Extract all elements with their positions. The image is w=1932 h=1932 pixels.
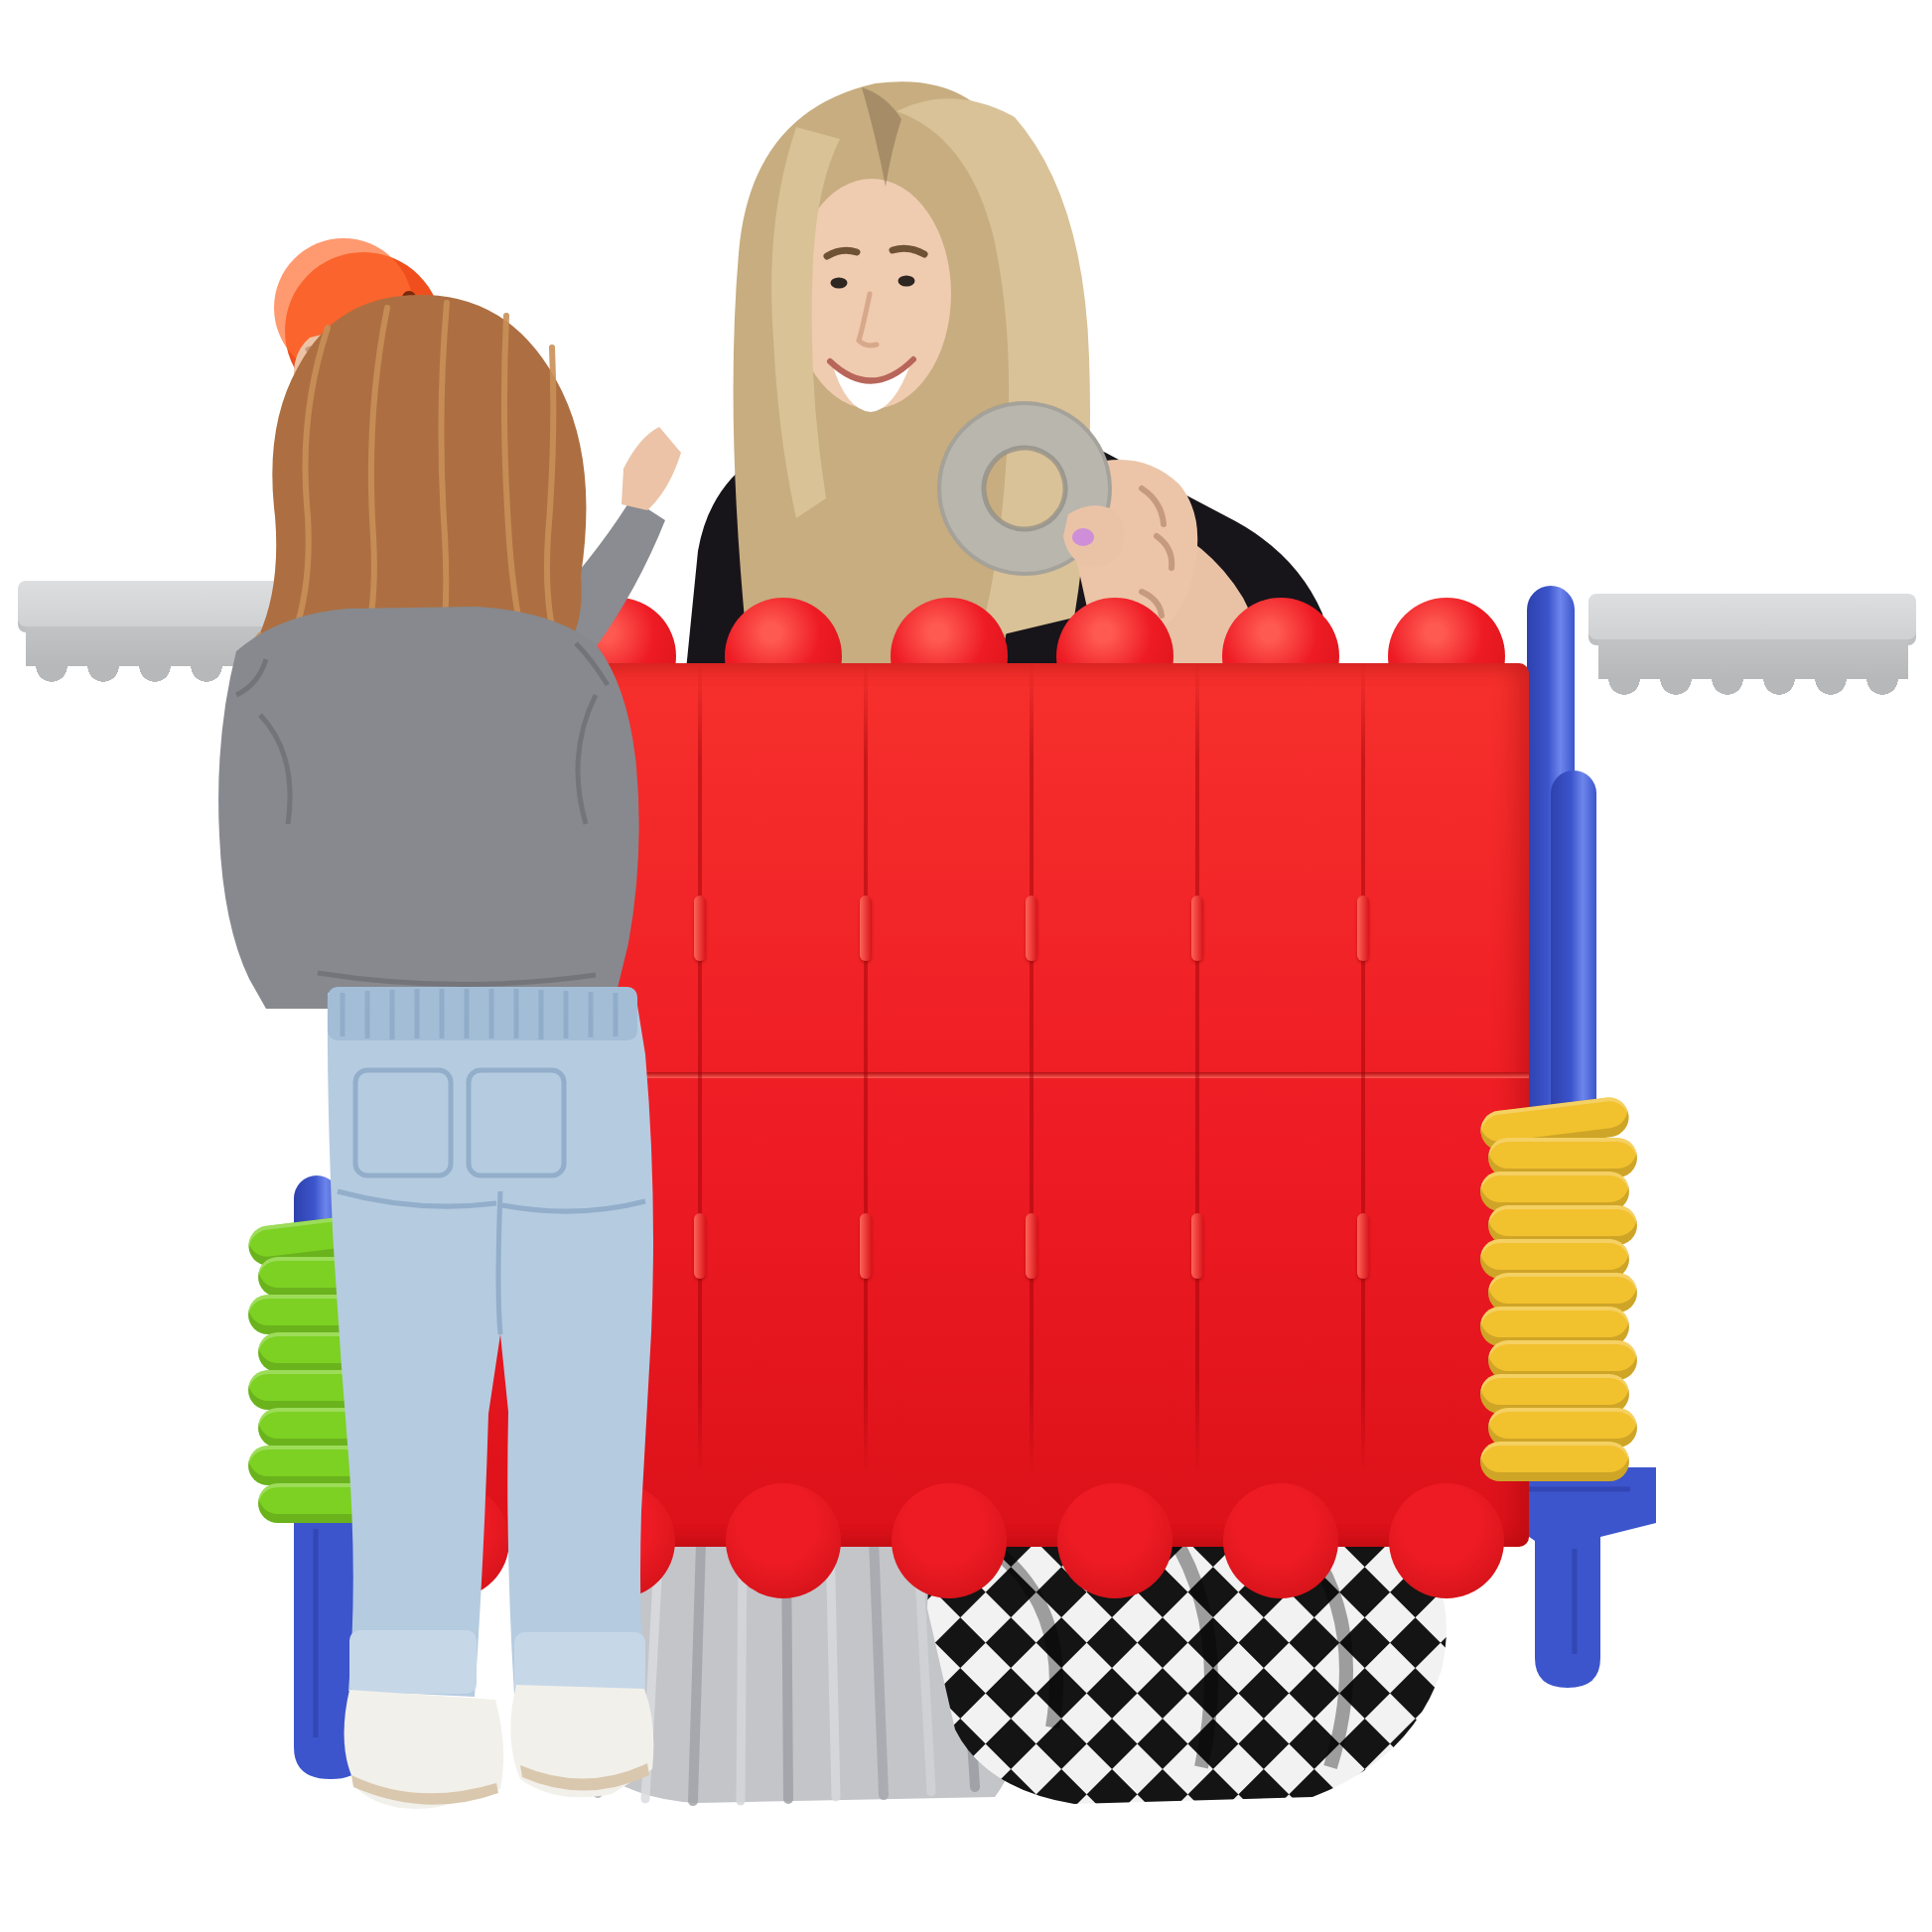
product-photo-scene — [0, 0, 1932, 1932]
child-shirt — [218, 607, 639, 1009]
child-silhouette — [0, 0, 1932, 1932]
jeans-cuff-left — [349, 1630, 477, 1694]
child-jeans — [328, 993, 653, 1697]
